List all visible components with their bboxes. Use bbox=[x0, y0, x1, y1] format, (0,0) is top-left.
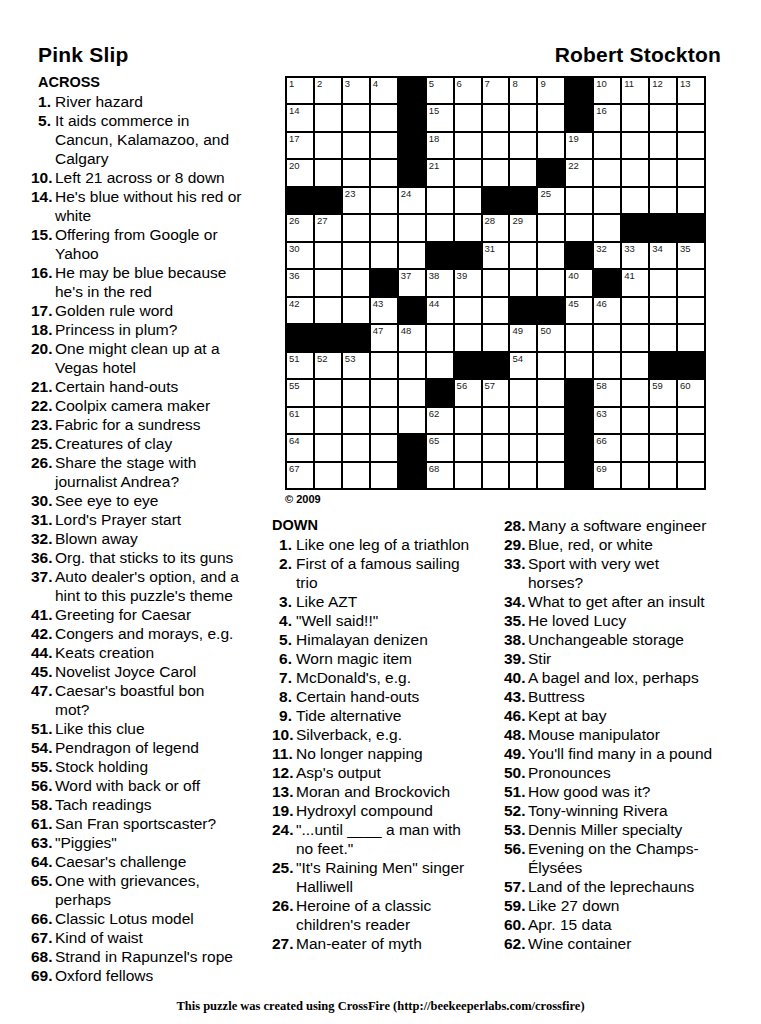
clue-text: Sport with very wet horses? bbox=[528, 554, 718, 592]
clue-item: 62.Wine container bbox=[504, 934, 718, 953]
clue-item: 23.Fabric for a sundress bbox=[31, 415, 243, 434]
grid-cell[interactable] bbox=[455, 105, 481, 130]
grid-cell[interactable] bbox=[678, 160, 704, 185]
grid-cell[interactable]: 38 bbox=[427, 270, 453, 295]
grid-cell[interactable] bbox=[315, 133, 341, 158]
grid-cell[interactable] bbox=[455, 463, 481, 488]
grid-cell[interactable] bbox=[371, 463, 397, 488]
grid-cell[interactable]: 25 bbox=[538, 188, 564, 213]
grid-cell[interactable] bbox=[427, 353, 453, 378]
grid-cell[interactable]: 69 bbox=[594, 463, 620, 488]
clue-text: Classic Lotus model bbox=[55, 909, 243, 928]
clue-number: 3. bbox=[272, 592, 296, 611]
clue-item: 1.River hazard bbox=[31, 92, 243, 111]
clue-number: 4. bbox=[272, 611, 296, 630]
clue-item: 11.No longer napping bbox=[272, 744, 480, 763]
grid-cell[interactable] bbox=[650, 160, 676, 185]
clue-item: 51.How good was it? bbox=[504, 782, 718, 801]
clue-item: 28.Many a software engineer bbox=[504, 516, 718, 535]
grid-cell[interactable] bbox=[483, 133, 509, 158]
clue-text: First of a famous sailing trio bbox=[296, 554, 480, 592]
down-clue-column-1: DOWN 1.Like one leg of a triathlon2.Firs… bbox=[272, 516, 480, 953]
grid-cell[interactable]: 50 bbox=[538, 325, 564, 350]
grid-cell[interactable] bbox=[622, 435, 648, 460]
grid-cell[interactable]: 18 bbox=[427, 133, 453, 158]
grid-cell[interactable] bbox=[594, 188, 620, 213]
grid-cell[interactable] bbox=[510, 408, 536, 433]
grid-cell[interactable]: 43 bbox=[371, 298, 397, 323]
grid-cell[interactable]: 56 bbox=[455, 380, 481, 405]
grid-cell[interactable]: 1 bbox=[287, 78, 313, 103]
grid-cell[interactable]: 16 bbox=[594, 105, 620, 130]
clue-text: Fabric for a sundress bbox=[55, 415, 243, 434]
clue-item: 9.Tide alternative bbox=[272, 706, 480, 725]
grid-cell[interactable]: 37 bbox=[399, 270, 425, 295]
clue-item: 26.Share the stage with journalist Andre… bbox=[31, 453, 243, 491]
grid-cell[interactable] bbox=[538, 435, 564, 460]
grid-cell[interactable] bbox=[483, 105, 509, 130]
grid-cell[interactable] bbox=[343, 215, 369, 240]
clue-number: 48. bbox=[504, 725, 528, 744]
grid-cell[interactable] bbox=[315, 435, 341, 460]
cell-number: 58 bbox=[596, 380, 607, 391]
grid-cell[interactable]: 17 bbox=[287, 133, 313, 158]
clue-item: 58.Tach readings bbox=[31, 795, 243, 814]
grid-cell[interactable]: 9 bbox=[538, 78, 564, 103]
grid-cell[interactable]: 63 bbox=[594, 408, 620, 433]
grid-cell[interactable] bbox=[678, 270, 704, 295]
grid-cell[interactable]: 19 bbox=[566, 133, 592, 158]
clue-number: 43. bbox=[504, 687, 528, 706]
clue-number: 20. bbox=[31, 339, 55, 358]
clue-text: Coolpix camera maker bbox=[55, 396, 243, 415]
clue-item: 54.Pendragon of legend bbox=[31, 738, 243, 757]
grid-cell[interactable] bbox=[510, 133, 536, 158]
grid-cell[interactable] bbox=[343, 463, 369, 488]
cell-number: 22 bbox=[568, 160, 579, 171]
grid-cell[interactable] bbox=[343, 133, 369, 158]
grid-cell[interactable] bbox=[483, 270, 509, 295]
grid-cell[interactable]: 48 bbox=[399, 325, 425, 350]
grid-cell[interactable] bbox=[371, 188, 397, 213]
grid-cell[interactable] bbox=[315, 408, 341, 433]
puzzle-title: Pink Slip bbox=[38, 43, 129, 67]
cell-number: 55 bbox=[289, 380, 300, 391]
cell-number: 45 bbox=[568, 298, 579, 309]
grid-cell[interactable] bbox=[650, 435, 676, 460]
clue-item: 37.Auto dealer's option, and a hint to t… bbox=[31, 567, 243, 605]
clue-text: Buttress bbox=[528, 687, 718, 706]
grid-cell[interactable]: 11 bbox=[622, 78, 648, 103]
grid-cell[interactable]: 42 bbox=[287, 298, 313, 323]
clue-item: 8.Certain hand-outs bbox=[272, 687, 480, 706]
grid-cell[interactable] bbox=[622, 105, 648, 130]
clue-text: Like 27 down bbox=[528, 896, 718, 915]
grid-cell-black bbox=[566, 105, 592, 130]
grid-cell[interactable] bbox=[455, 325, 481, 350]
grid-cell[interactable]: 29 bbox=[510, 215, 536, 240]
clue-number: 6. bbox=[272, 649, 296, 668]
grid-cell[interactable]: 33 bbox=[622, 243, 648, 268]
grid-cell[interactable]: 5 bbox=[427, 78, 453, 103]
grid-cell-black bbox=[510, 298, 536, 323]
clue-item: 38.Unchangeable storage bbox=[504, 630, 718, 649]
grid-cell[interactable]: 28 bbox=[483, 215, 509, 240]
grid-cell[interactable] bbox=[678, 463, 704, 488]
down-clue-column-2: 28.Many a software engineer29.Blue, red,… bbox=[504, 516, 718, 953]
grid-cell[interactable] bbox=[594, 325, 620, 350]
grid-cell[interactable] bbox=[371, 435, 397, 460]
clue-text: Caesar's boastful bon mot? bbox=[55, 681, 243, 719]
grid-cell-black bbox=[538, 298, 564, 323]
grid-cell[interactable]: 15 bbox=[427, 105, 453, 130]
clue-number: 50. bbox=[504, 763, 528, 782]
grid-cell[interactable] bbox=[371, 380, 397, 405]
grid-cell[interactable] bbox=[594, 215, 620, 240]
grid-cell[interactable]: 7 bbox=[483, 78, 509, 103]
clue-text: Golden rule word bbox=[55, 301, 243, 320]
grid-cell[interactable]: 20 bbox=[287, 160, 313, 185]
clue-text: Stir bbox=[528, 649, 718, 668]
grid-cell[interactable] bbox=[538, 133, 564, 158]
clue-number: 25. bbox=[272, 858, 296, 877]
grid-cell[interactable] bbox=[455, 133, 481, 158]
grid-cell[interactable]: 2 bbox=[315, 78, 341, 103]
grid-cell[interactable] bbox=[343, 243, 369, 268]
grid-cell[interactable]: 32 bbox=[594, 243, 620, 268]
grid-cell[interactable] bbox=[622, 160, 648, 185]
grid-cell[interactable]: 14 bbox=[287, 105, 313, 130]
clue-text: Like AZT bbox=[296, 592, 480, 611]
grid-cell[interactable]: 67 bbox=[287, 463, 313, 488]
grid-cell[interactable] bbox=[455, 188, 481, 213]
grid-cell[interactable]: 22 bbox=[566, 160, 592, 185]
grid-cell-black bbox=[510, 188, 536, 213]
cell-number: 65 bbox=[429, 435, 440, 446]
clue-number: 58. bbox=[31, 795, 55, 814]
grid-cell[interactable] bbox=[483, 298, 509, 323]
grid-cell[interactable] bbox=[594, 133, 620, 158]
grid-cell[interactable]: 41 bbox=[622, 270, 648, 295]
grid-cell[interactable]: 30 bbox=[287, 243, 313, 268]
grid-cell[interactable] bbox=[566, 188, 592, 213]
grid-cell[interactable] bbox=[455, 298, 481, 323]
clue-item: 49.You'll find many in a pound bbox=[504, 744, 718, 763]
grid-cell[interactable] bbox=[622, 463, 648, 488]
grid-cell[interactable]: 21 bbox=[427, 160, 453, 185]
grid-cell[interactable] bbox=[315, 243, 341, 268]
clue-item: 55.Stock holding bbox=[31, 757, 243, 776]
grid-cell[interactable]: 39 bbox=[455, 270, 481, 295]
grid-cell[interactable] bbox=[371, 408, 397, 433]
grid-cell[interactable]: 13 bbox=[678, 78, 704, 103]
clue-number: 16. bbox=[31, 263, 55, 282]
grid-cell[interactable] bbox=[510, 463, 536, 488]
grid-cell[interactable]: 31 bbox=[483, 243, 509, 268]
grid-cell[interactable]: 64 bbox=[287, 435, 313, 460]
grid-cell[interactable] bbox=[483, 160, 509, 185]
clue-number: 61. bbox=[31, 814, 55, 833]
grid-cell-black bbox=[650, 215, 676, 240]
grid-cell[interactable] bbox=[678, 408, 704, 433]
grid-cell[interactable] bbox=[650, 270, 676, 295]
grid-cell[interactable]: 35 bbox=[678, 243, 704, 268]
grid-cell[interactable] bbox=[650, 463, 676, 488]
grid-cell[interactable] bbox=[315, 160, 341, 185]
grid-cell[interactable] bbox=[650, 325, 676, 350]
grid-cell-black bbox=[287, 325, 313, 350]
clue-item: 59.Like 27 down bbox=[504, 896, 718, 915]
clue-item: 15.Offering from Google or Yahoo bbox=[31, 225, 243, 263]
grid-cell[interactable] bbox=[622, 133, 648, 158]
grid-cell[interactable] bbox=[678, 105, 704, 130]
cell-number: 51 bbox=[289, 353, 300, 364]
grid-cell[interactable] bbox=[510, 243, 536, 268]
grid-cell[interactable]: 66 bbox=[594, 435, 620, 460]
grid-cell[interactable] bbox=[343, 435, 369, 460]
grid-cell[interactable] bbox=[678, 435, 704, 460]
grid-cell[interactable]: 46 bbox=[594, 298, 620, 323]
grid-cell-black bbox=[566, 435, 592, 460]
grid-cell[interactable] bbox=[455, 160, 481, 185]
grid-cell[interactable] bbox=[343, 270, 369, 295]
cell-number: 1 bbox=[289, 78, 294, 89]
clue-item: 47.Caesar's boastful bon mot? bbox=[31, 681, 243, 719]
clue-item: 41.Greeting for Caesar bbox=[31, 605, 243, 624]
grid-cell[interactable] bbox=[594, 353, 620, 378]
grid-cell[interactable]: 59 bbox=[650, 380, 676, 405]
grid-cell[interactable] bbox=[510, 160, 536, 185]
grid-cell[interactable] bbox=[455, 435, 481, 460]
grid-cell-black bbox=[650, 353, 676, 378]
cell-number: 31 bbox=[485, 243, 496, 254]
grid-cell[interactable] bbox=[343, 408, 369, 433]
clue-item: 53.Dennis Miller specialty bbox=[504, 820, 718, 839]
grid-cell[interactable] bbox=[455, 408, 481, 433]
grid-cell[interactable] bbox=[678, 133, 704, 158]
grid-cell[interactable]: 52 bbox=[315, 353, 341, 378]
grid-cell[interactable]: 53 bbox=[343, 353, 369, 378]
grid-cell[interactable] bbox=[483, 325, 509, 350]
grid-cell[interactable] bbox=[371, 105, 397, 130]
cell-number: 24 bbox=[401, 188, 412, 199]
grid-cell[interactable]: 12 bbox=[650, 78, 676, 103]
grid-cell[interactable]: 61 bbox=[287, 408, 313, 433]
clue-text: You'll find many in a pound bbox=[528, 744, 718, 763]
grid-cell[interactable] bbox=[538, 243, 564, 268]
grid-cell[interactable] bbox=[427, 188, 453, 213]
grid-cell[interactable] bbox=[622, 380, 648, 405]
clue-item: 33.Sport with very wet horses? bbox=[504, 554, 718, 592]
grid-cell[interactable] bbox=[650, 133, 676, 158]
grid-cell[interactable] bbox=[538, 270, 564, 295]
clue-item: 40.A bagel and lox, perhaps bbox=[504, 668, 718, 687]
grid-cell[interactable] bbox=[343, 380, 369, 405]
clue-number: 9. bbox=[272, 706, 296, 725]
grid-cell[interactable]: 54 bbox=[510, 353, 536, 378]
clue-number: 46. bbox=[504, 706, 528, 725]
clue-text: A bagel and lox, perhaps bbox=[528, 668, 718, 687]
grid-cell[interactable]: 3 bbox=[343, 78, 369, 103]
grid-cell[interactable]: 55 bbox=[287, 380, 313, 405]
grid-cell-black bbox=[566, 380, 592, 405]
grid-cell[interactable] bbox=[315, 380, 341, 405]
clue-number: 51. bbox=[504, 782, 528, 801]
clue-item: 31.Lord's Prayer start bbox=[31, 510, 243, 529]
grid-cell[interactable] bbox=[566, 353, 592, 378]
grid-cell[interactable] bbox=[538, 380, 564, 405]
grid-cell[interactable]: 24 bbox=[399, 188, 425, 213]
grid-cell[interactable] bbox=[650, 298, 676, 323]
grid-cell[interactable] bbox=[510, 105, 536, 130]
grid-cell-black bbox=[622, 215, 648, 240]
grid-cell-black bbox=[399, 105, 425, 130]
grid-cell[interactable] bbox=[343, 105, 369, 130]
grid-cell-black bbox=[678, 215, 704, 240]
grid-cell[interactable] bbox=[315, 298, 341, 323]
clue-item: 2.First of a famous sailing trio bbox=[272, 554, 480, 592]
grid-cell[interactable] bbox=[538, 215, 564, 240]
grid-cell[interactable] bbox=[678, 298, 704, 323]
grid-cell[interactable]: 6 bbox=[455, 78, 481, 103]
grid-cell[interactable] bbox=[650, 188, 676, 213]
grid-cell[interactable]: 23 bbox=[343, 188, 369, 213]
grid-cell[interactable] bbox=[371, 215, 397, 240]
grid-cell[interactable] bbox=[371, 160, 397, 185]
grid-cell[interactable] bbox=[622, 408, 648, 433]
cell-number: 35 bbox=[680, 243, 691, 254]
grid-cell[interactable] bbox=[399, 408, 425, 433]
grid-cell[interactable]: 8 bbox=[510, 78, 536, 103]
clue-text: Certain hand-outs bbox=[296, 687, 480, 706]
grid-cell[interactable] bbox=[399, 380, 425, 405]
clue-number: 1. bbox=[272, 535, 296, 554]
clue-number: 62. bbox=[504, 934, 528, 953]
clue-number: 56. bbox=[31, 776, 55, 795]
grid-cell[interactable]: 47 bbox=[371, 325, 397, 350]
grid-cell[interactable]: 34 bbox=[650, 243, 676, 268]
grid-cell[interactable]: 49 bbox=[510, 325, 536, 350]
grid-cell-black bbox=[538, 160, 564, 185]
clue-text: What to get after an insult bbox=[528, 592, 718, 611]
grid-cell[interactable] bbox=[315, 270, 341, 295]
grid-cell[interactable]: 4 bbox=[371, 78, 397, 103]
grid-cell-black bbox=[315, 188, 341, 213]
clue-item: 69.Oxford fellows bbox=[31, 966, 243, 985]
cell-number: 33 bbox=[624, 243, 635, 254]
grid-cell[interactable] bbox=[483, 435, 509, 460]
grid-cell[interactable] bbox=[455, 215, 481, 240]
grid-cell[interactable] bbox=[594, 160, 620, 185]
cell-number: 54 bbox=[512, 353, 523, 364]
grid-cell[interactable] bbox=[622, 353, 648, 378]
grid-cell[interactable]: 62 bbox=[427, 408, 453, 433]
clue-item: 56.Word with back or off bbox=[31, 776, 243, 795]
cell-number: 14 bbox=[289, 105, 300, 116]
clue-item: 68.Strand in Rapunzel's rope bbox=[31, 947, 243, 966]
grid-cell[interactable] bbox=[538, 105, 564, 130]
grid-cell[interactable] bbox=[427, 215, 453, 240]
grid-cell[interactable] bbox=[538, 353, 564, 378]
grid-cell[interactable] bbox=[538, 408, 564, 433]
grid-cell[interactable]: 58 bbox=[594, 380, 620, 405]
grid-cell[interactable] bbox=[678, 325, 704, 350]
grid-cell[interactable] bbox=[538, 463, 564, 488]
clue-item: 45.Novelist Joyce Carol bbox=[31, 662, 243, 681]
grid-cell[interactable] bbox=[371, 353, 397, 378]
clue-text: "It's Raining Men" singer Halliwell bbox=[296, 858, 480, 896]
clue-text: One might clean up at a Vegas hotel bbox=[55, 339, 243, 377]
grid-cell[interactable] bbox=[566, 325, 592, 350]
grid-cell[interactable] bbox=[650, 105, 676, 130]
grid-cell[interactable] bbox=[622, 188, 648, 213]
grid-cell[interactable] bbox=[399, 353, 425, 378]
clue-item: 7.McDonald's, e.g. bbox=[272, 668, 480, 687]
grid-cell[interactable] bbox=[483, 408, 509, 433]
grid-cell-black bbox=[427, 243, 453, 268]
grid-cell[interactable]: 45 bbox=[566, 298, 592, 323]
clue-text: "...until ____ a man with no feet." bbox=[296, 820, 480, 858]
clue-number: 10. bbox=[272, 725, 296, 744]
grid-cell[interactable]: 10 bbox=[594, 78, 620, 103]
grid-cell[interactable]: 57 bbox=[483, 380, 509, 405]
grid-cell[interactable]: 60 bbox=[678, 380, 704, 405]
grid-cell[interactable]: 51 bbox=[287, 353, 313, 378]
grid-cell[interactable]: 40 bbox=[566, 270, 592, 295]
grid-cell[interactable] bbox=[315, 105, 341, 130]
grid-cell[interactable] bbox=[371, 133, 397, 158]
grid-cell[interactable] bbox=[343, 160, 369, 185]
grid-cell[interactable] bbox=[427, 325, 453, 350]
grid-cell[interactable] bbox=[510, 270, 536, 295]
clue-number: 45. bbox=[31, 662, 55, 681]
grid-cell[interactable]: 27 bbox=[315, 215, 341, 240]
grid-cell[interactable]: 26 bbox=[287, 215, 313, 240]
grid-cell[interactable]: 65 bbox=[427, 435, 453, 460]
grid-cell[interactable] bbox=[315, 463, 341, 488]
clue-text: Many a software engineer bbox=[528, 516, 718, 535]
clue-item: 48.Mouse manipulator bbox=[504, 725, 718, 744]
grid-cell-black bbox=[287, 188, 313, 213]
grid-cell-black bbox=[399, 298, 425, 323]
grid-cell[interactable] bbox=[371, 243, 397, 268]
clue-item: 3.Like AZT bbox=[272, 592, 480, 611]
clue-item: 39.Stir bbox=[504, 649, 718, 668]
grid-cell[interactable] bbox=[678, 188, 704, 213]
grid-cell[interactable]: 68 bbox=[427, 463, 453, 488]
clue-number: 5. bbox=[31, 111, 55, 130]
clue-text: Strand in Rapunzel's rope bbox=[55, 947, 243, 966]
grid-cell[interactable] bbox=[399, 243, 425, 268]
grid-cell[interactable] bbox=[622, 325, 648, 350]
clue-item: 1.Like one leg of a triathlon bbox=[272, 535, 480, 554]
clue-text: Mouse manipulator bbox=[528, 725, 718, 744]
grid-cell[interactable] bbox=[510, 380, 536, 405]
grid-cell[interactable] bbox=[510, 435, 536, 460]
clue-text: Blue, red, or white bbox=[528, 535, 718, 554]
clue-item: 10.Left 21 across or 8 down bbox=[31, 168, 243, 187]
grid-cell[interactable] bbox=[343, 298, 369, 323]
grid-cell[interactable] bbox=[650, 408, 676, 433]
grid-cell[interactable] bbox=[399, 215, 425, 240]
grid-cell[interactable] bbox=[566, 215, 592, 240]
grid-cell[interactable] bbox=[483, 463, 509, 488]
grid-cell[interactable] bbox=[622, 298, 648, 323]
grid-cell[interactable]: 44 bbox=[427, 298, 453, 323]
grid-cell[interactable]: 36 bbox=[287, 270, 313, 295]
clue-text: Dennis Miller specialty bbox=[528, 820, 718, 839]
clue-item: 4."Well said!!" bbox=[272, 611, 480, 630]
